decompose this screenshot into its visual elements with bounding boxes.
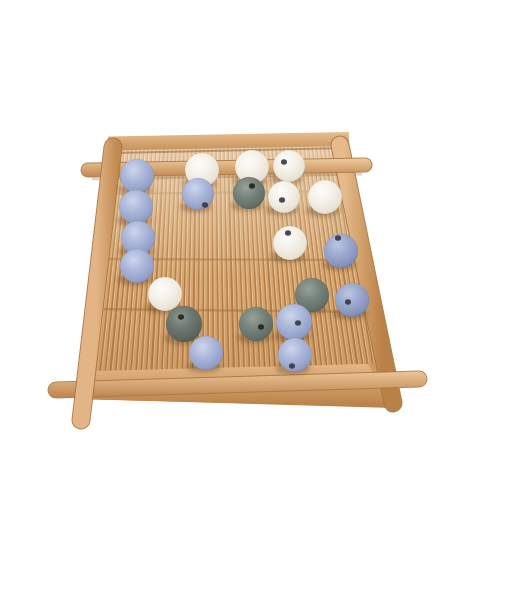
bead-blue-8 xyxy=(335,283,369,317)
photo-canvas xyxy=(0,0,508,606)
bead-white-4 xyxy=(268,181,300,213)
bead-hole-blue-7 xyxy=(295,320,301,325)
bead-blue-5 xyxy=(182,178,214,210)
bead-blue-1 xyxy=(120,159,154,193)
bead-blue-6 xyxy=(324,234,358,268)
bead-blue-9 xyxy=(189,336,223,370)
frame-top-bar xyxy=(108,139,349,144)
bead-hole-blue-8 xyxy=(345,299,351,304)
bead-hole-white-6 xyxy=(285,230,291,235)
bead-hole-blue-6 xyxy=(335,235,341,240)
bead-white-3 xyxy=(273,150,305,182)
bead-white-5 xyxy=(308,180,342,214)
bead-gray-2 xyxy=(166,306,202,342)
bead-tray-scene xyxy=(0,0,508,606)
bead-gray-3 xyxy=(239,307,273,341)
bead-gray-1 xyxy=(233,177,265,209)
bead-blue-10 xyxy=(278,338,312,372)
bead-white-7 xyxy=(148,277,182,311)
bead-blue-4 xyxy=(120,249,154,283)
bead-hole-gray-3 xyxy=(258,324,264,329)
bead-hole-blue-5 xyxy=(202,202,208,207)
bead-hole-white-3 xyxy=(281,159,287,164)
bead-hole-white-4 xyxy=(279,197,285,202)
bead-blue-7 xyxy=(276,304,312,340)
bead-hole-gray-1 xyxy=(249,183,255,188)
bead-hole-gray-2 xyxy=(178,314,184,319)
bead-blue-2 xyxy=(119,190,153,224)
bead-hole-blue-10 xyxy=(289,363,295,368)
